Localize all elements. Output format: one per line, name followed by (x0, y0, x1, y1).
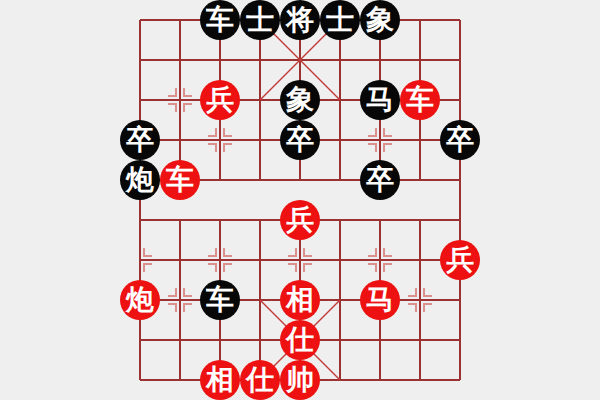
piece-black-elephant[interactable]: 象 (360, 0, 400, 40)
xiangqi-board: 车士将士象兵象马车卒卒卒炮车卒兵兵炮车相马仕相仕帅 (0, 0, 600, 400)
piece-black-soldier[interactable]: 卒 (360, 160, 400, 200)
piece-red-advisor[interactable]: 仕 (280, 320, 320, 360)
piece-red-chariot[interactable]: 车 (160, 160, 200, 200)
piece-black-elephant[interactable]: 象 (280, 80, 320, 120)
piece-black-chariot[interactable]: 车 (200, 0, 240, 40)
piece-black-soldier[interactable]: 卒 (120, 120, 160, 160)
piece-black-general[interactable]: 将 (280, 0, 320, 40)
piece-black-soldier[interactable]: 卒 (440, 120, 480, 160)
piece-black-advisor[interactable]: 士 (320, 0, 360, 40)
piece-red-chariot[interactable]: 车 (400, 80, 440, 120)
piece-red-soldier[interactable]: 兵 (200, 80, 240, 120)
piece-red-elephant[interactable]: 相 (280, 280, 320, 320)
piece-black-chariot[interactable]: 车 (200, 280, 240, 320)
piece-red-soldier[interactable]: 兵 (440, 240, 480, 280)
piece-red-cannon[interactable]: 炮 (120, 280, 160, 320)
piece-black-horse[interactable]: 马 (360, 80, 400, 120)
piece-red-horse[interactable]: 马 (360, 280, 400, 320)
piece-black-cannon[interactable]: 炮 (120, 160, 160, 200)
piece-red-general[interactable]: 帅 (280, 360, 320, 400)
piece-black-advisor[interactable]: 士 (240, 0, 280, 40)
piece-red-soldier[interactable]: 兵 (280, 200, 320, 240)
piece-red-advisor[interactable]: 仕 (240, 360, 280, 400)
piece-red-elephant[interactable]: 相 (200, 360, 240, 400)
piece-black-soldier[interactable]: 卒 (280, 120, 320, 160)
